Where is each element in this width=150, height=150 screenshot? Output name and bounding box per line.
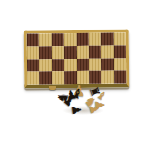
board-square [64,46,77,59]
board-square [27,59,40,72]
board-square [64,71,77,84]
board-square [64,59,77,72]
board-square [51,33,64,46]
board-square [89,45,102,58]
board-square [52,71,65,84]
board-square [52,59,65,72]
board-square [89,71,102,84]
board-square [27,46,40,59]
board-clasp [49,86,56,90]
board-square [27,72,40,85]
board-square [52,46,65,59]
board-square [113,45,126,58]
board-square [39,59,52,72]
board-square [101,71,114,84]
board-square [89,58,102,71]
pile-shadow [62,106,104,115]
board-square [40,72,53,85]
board-grid [27,32,127,84]
board-square [76,58,89,71]
board-square [39,46,52,59]
board-square [113,32,126,45]
board-square [76,46,89,59]
folded-chess-board [24,29,130,88]
product-photo: ♟♞♟♝♜♟♞♝♟♟♟ [0,0,150,150]
board-square [101,33,114,46]
board-square [114,58,127,71]
board-square [101,58,114,71]
board-square [89,33,102,46]
black-pawn-left: ♟ [65,88,78,102]
board-square [114,71,127,84]
board-square [27,33,40,46]
board-square [39,33,52,46]
board-square [76,33,89,46]
board-square [64,33,77,46]
black-knight-lying: ♞ [54,89,71,105]
board-square [77,71,90,84]
wood-bishop-right: ♝ [94,88,108,103]
board-square [101,45,114,58]
